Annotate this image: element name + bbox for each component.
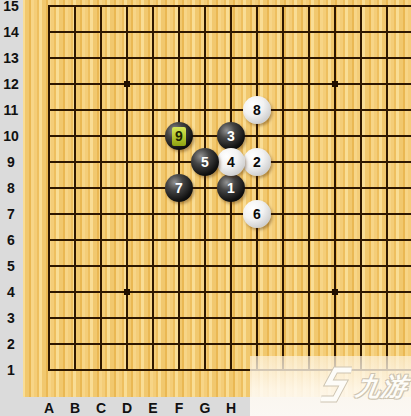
stone-black-9: 9 (165, 122, 193, 150)
stone-number: 8 (253, 103, 261, 117)
stone-white-8: 8 (243, 96, 271, 124)
grid-vline (100, 5, 102, 371)
stone-number: 3 (227, 129, 235, 143)
stone-white-2: 2 (243, 148, 271, 176)
column-label: F (170, 400, 188, 416)
stone-white-6: 6 (243, 200, 271, 228)
stone-number: 1 (227, 181, 235, 195)
stone-number: 6 (253, 207, 261, 221)
row-label: 5 (0, 258, 22, 274)
row-label: 10 (0, 128, 22, 144)
grid-vline (204, 5, 206, 371)
row-label: 15 (0, 0, 22, 14)
star-point (332, 81, 338, 87)
grid-vline (152, 5, 154, 371)
row-label: 13 (0, 50, 22, 66)
star-point (124, 81, 130, 87)
row-label: 3 (0, 310, 22, 326)
stone-number: 9 (175, 129, 183, 143)
last-move-highlight: 9 (172, 127, 186, 146)
go-diagram: 151413121110987654321ABCDEFGH 123456789 … (0, 0, 411, 416)
row-label: 9 (0, 154, 22, 170)
grid-vline (48, 5, 50, 371)
stone-black-1: 1 (217, 174, 245, 202)
column-label: C (92, 400, 110, 416)
row-label: 8 (0, 180, 22, 196)
stone-number: 2 (253, 155, 261, 169)
column-label: D (118, 400, 136, 416)
column-label: H (222, 400, 240, 416)
grid-vline (74, 5, 76, 371)
stone-black-5: 5 (191, 148, 219, 176)
row-label: 14 (0, 24, 22, 40)
grid-vline (334, 5, 336, 371)
watermark-text: 九游 (353, 370, 410, 403)
jiuyou-logo: 九游 (315, 366, 411, 406)
row-label: 7 (0, 206, 22, 222)
row-label: 4 (0, 284, 22, 300)
grid-vline (360, 5, 362, 371)
row-label: 11 (0, 102, 22, 118)
jiuyou-logo-icon (315, 366, 355, 406)
watermark: 九游 (250, 356, 411, 416)
star-point (332, 289, 338, 295)
row-label: 12 (0, 76, 22, 92)
stone-number: 5 (201, 155, 209, 169)
stone-black-7: 7 (165, 174, 193, 202)
grid-vline (308, 5, 310, 371)
row-label: 2 (0, 336, 22, 352)
stone-number: 4 (227, 155, 235, 169)
column-label: A (40, 400, 58, 416)
row-label: 1 (0, 362, 22, 378)
grid-vline (386, 5, 388, 371)
stone-number: 7 (175, 181, 183, 195)
column-label: B (66, 400, 84, 416)
grid-vline (256, 5, 258, 371)
grid-vline (126, 5, 128, 371)
stone-white-4: 4 (217, 148, 245, 176)
star-point (124, 289, 130, 295)
row-label: 6 (0, 232, 22, 248)
stone-black-3: 3 (217, 122, 245, 150)
column-label: G (196, 400, 214, 416)
column-label: E (144, 400, 162, 416)
grid-vline (282, 5, 284, 371)
